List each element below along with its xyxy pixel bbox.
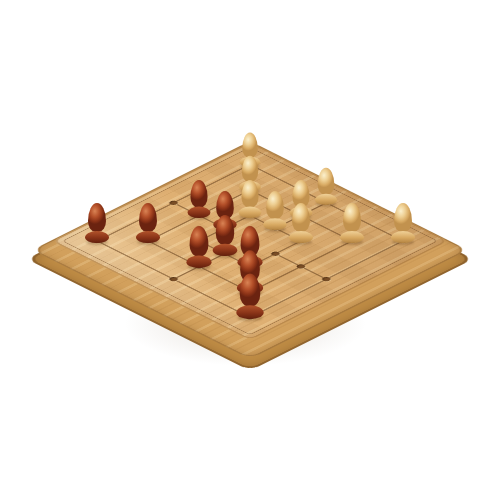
peg-head bbox=[88, 203, 106, 232]
peg-base bbox=[187, 256, 212, 269]
peg-head bbox=[292, 203, 310, 232]
peg-head bbox=[318, 168, 335, 195]
peg-head bbox=[242, 156, 258, 182]
peg-head bbox=[240, 274, 261, 307]
light-peg-e4[interactable] bbox=[264, 191, 287, 230]
peg-base bbox=[188, 206, 211, 217]
dark-peg-d6[interactable] bbox=[188, 179, 211, 217]
light-peg-g4[interactable] bbox=[315, 168, 337, 205]
light-peg-f2[interactable] bbox=[340, 203, 364, 243]
photo-frame bbox=[0, 0, 500, 500]
peg-base bbox=[236, 306, 263, 320]
peg-head bbox=[139, 203, 157, 232]
peg-base bbox=[315, 194, 337, 205]
peg-head bbox=[241, 179, 258, 207]
dark-peg-b6[interactable] bbox=[136, 203, 160, 243]
peg-head bbox=[242, 132, 257, 157]
peg-base bbox=[85, 231, 109, 243]
light-peg-e5[interactable] bbox=[239, 179, 262, 217]
peg-head bbox=[215, 215, 233, 245]
peg-base bbox=[289, 231, 313, 243]
peg-base bbox=[264, 219, 287, 231]
dark-peg-c4[interactable] bbox=[212, 215, 237, 256]
dark-peg-a1[interactable] bbox=[236, 274, 263, 320]
light-peg-g1[interactable] bbox=[391, 203, 415, 243]
peg-base bbox=[212, 243, 237, 255]
pegs-layer bbox=[0, 0, 500, 500]
peg-base bbox=[136, 231, 160, 243]
peg-base bbox=[239, 206, 262, 217]
peg-head bbox=[267, 191, 285, 219]
light-peg-e3[interactable] bbox=[289, 203, 313, 243]
peg-head bbox=[394, 203, 412, 232]
peg-base bbox=[391, 231, 415, 243]
peg-head bbox=[190, 227, 209, 257]
peg-head bbox=[343, 203, 361, 232]
peg-base bbox=[340, 231, 364, 243]
dark-peg-b4[interactable] bbox=[187, 227, 212, 269]
peg-head bbox=[191, 179, 208, 207]
product-photo-canvas: { "scene": { "type": "product photo", "b… bbox=[0, 0, 500, 500]
dark-peg-a7[interactable] bbox=[85, 203, 109, 243]
